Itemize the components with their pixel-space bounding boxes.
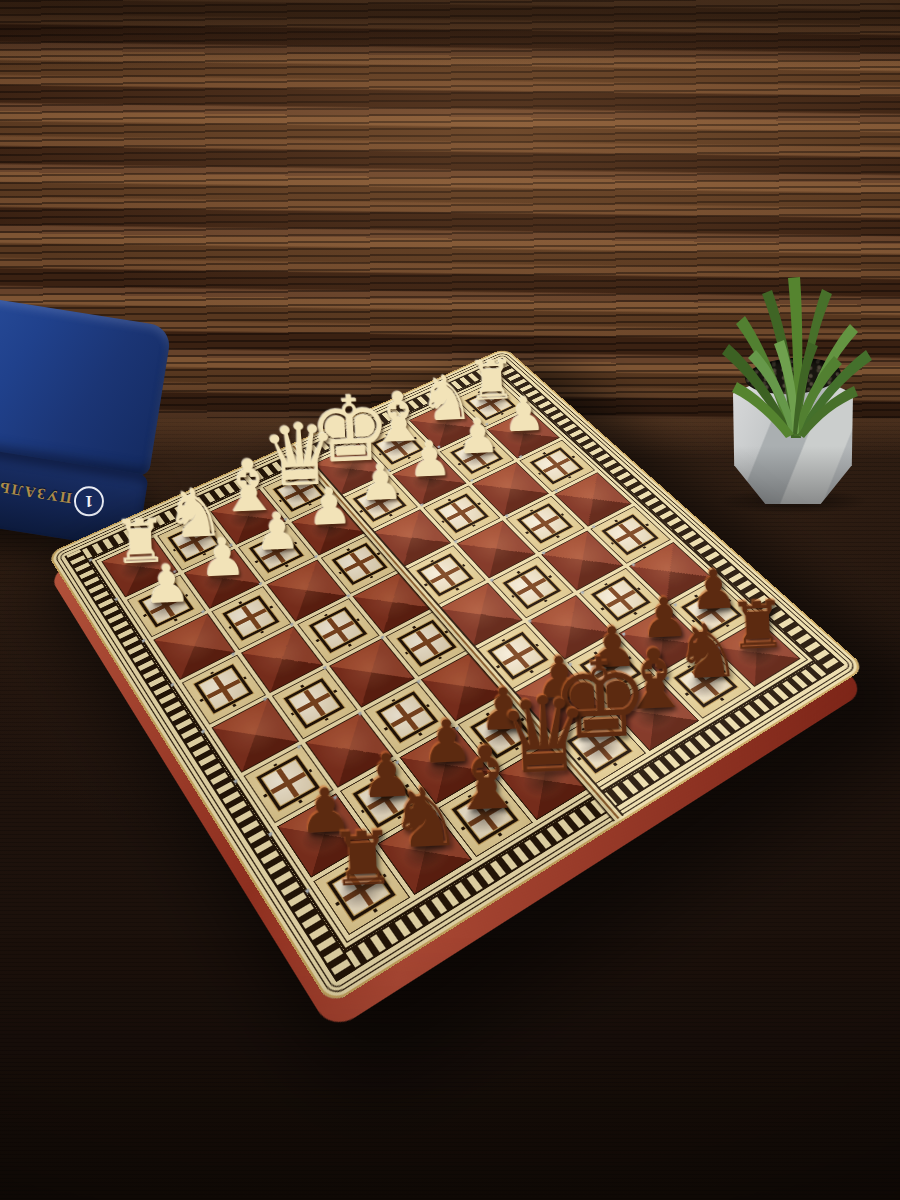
piece-glyph: ♟ [254, 505, 302, 558]
piece-glyph: ♜ [328, 822, 397, 899]
plant-leaves-icon [700, 250, 895, 520]
succulent-plant [700, 250, 895, 520]
piece-glyph: ♞ [387, 776, 464, 861]
piece-glyph: ♟ [502, 390, 546, 439]
volume-badge: 1 [74, 486, 104, 516]
piece-glyph: ♟ [358, 457, 404, 508]
square-h5 [587, 504, 673, 566]
piece-glyph: ♟ [307, 481, 354, 533]
piece-glyph: ♟ [408, 434, 454, 484]
book-spine-text: ПУЗАЛЬ ВДЕЛИ [0, 467, 77, 507]
piece-glyph: ♟ [142, 557, 191, 612]
piece-glyph: ♟ [199, 531, 248, 585]
photo-canvas: ПУЗАЛЬ ВДЕЛИ 1 [0, 0, 900, 1200]
piece-glyph: ♟ [456, 412, 501, 462]
